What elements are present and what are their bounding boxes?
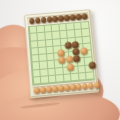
tray-stone-light[interactable] xyxy=(40,87,46,93)
go-board xyxy=(24,9,99,98)
stone-light[interactable] xyxy=(58,56,66,64)
stone-light[interactable] xyxy=(66,63,74,71)
tray-stone-dark[interactable] xyxy=(82,14,88,20)
stone-dark[interactable] xyxy=(72,48,80,56)
stone-dark[interactable] xyxy=(71,41,79,48)
stone-dark[interactable] xyxy=(73,55,81,63)
tray-stone-dark[interactable] xyxy=(41,17,47,23)
tray-stone-light[interactable] xyxy=(76,84,82,90)
tray-stone-light[interactable] xyxy=(64,85,70,91)
tray-stone-dark[interactable] xyxy=(35,18,41,24)
tray-stone-dark[interactable] xyxy=(29,18,35,24)
stone-dark[interactable] xyxy=(88,61,96,69)
board-grid[interactable] xyxy=(28,21,95,86)
tray-stone-light[interactable] xyxy=(70,84,76,90)
product-photo xyxy=(0,0,120,120)
tray-stone-light[interactable] xyxy=(58,85,64,91)
tray-stone-light[interactable] xyxy=(34,87,40,93)
tray-stone-light[interactable] xyxy=(88,83,94,89)
tray-stone-light[interactable] xyxy=(46,86,52,92)
tray-stone-light[interactable] xyxy=(52,86,58,92)
stone-light[interactable] xyxy=(65,56,73,64)
stone-dark[interactable] xyxy=(64,41,72,49)
stone-light[interactable] xyxy=(80,47,88,55)
tray-stone-light[interactable] xyxy=(82,83,88,89)
stone-light[interactable] xyxy=(57,49,65,57)
